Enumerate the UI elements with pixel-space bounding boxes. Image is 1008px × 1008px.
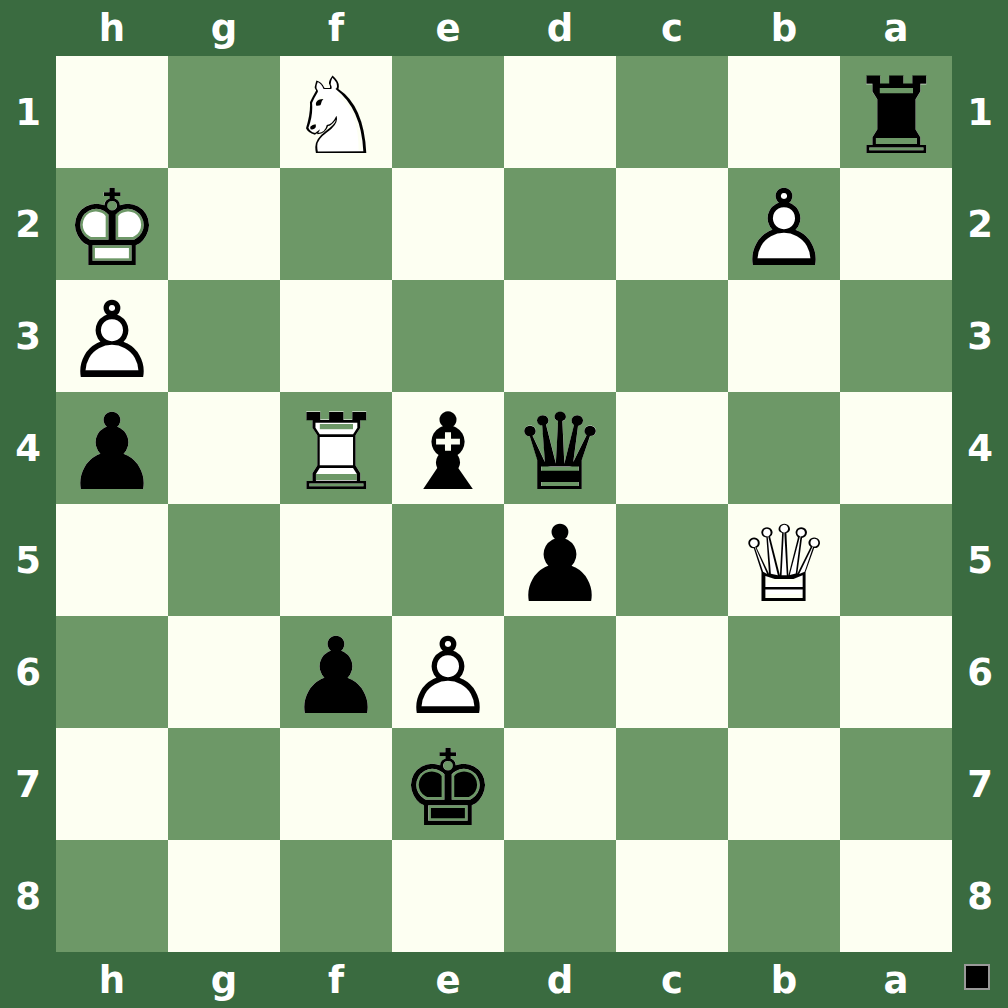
square-d2[interactable] [504,168,616,280]
piece-fill-layer: ♟ [728,173,840,285]
square-f7[interactable] [280,728,392,840]
square-h7[interactable] [56,728,168,840]
square-f1[interactable]: ♞♘ [280,56,392,168]
black-pawn-icon[interactable]: ♙♟ [280,616,392,728]
white-king-icon[interactable]: ♚♔ [56,168,168,280]
piece-shape-layer: ♟ [56,397,168,509]
file-label-bottom-b: b [728,952,840,1008]
black-rook-icon[interactable]: ♖♜ [840,56,952,168]
chess-board[interactable]: ♞♘♖♜♚♔♟♙♟♙♙♟♜♖♗♝♕♛♙♟♛♕♙♟♟♙♔♚ [56,56,952,952]
square-c2[interactable] [616,168,728,280]
square-b7[interactable] [728,728,840,840]
piece-fill-layer: ♚ [56,173,168,285]
file-label-top-a: a [840,0,952,56]
piece-shape-layer: ♚ [392,733,504,845]
square-a5[interactable] [840,504,952,616]
square-a2[interactable] [840,168,952,280]
square-c1[interactable] [616,56,728,168]
square-b6[interactable] [728,616,840,728]
square-g3[interactable] [168,280,280,392]
black-bishop-icon[interactable]: ♗♝ [392,392,504,504]
rank-label-left-1: 1 [0,56,56,168]
file-label-top-f: f [280,0,392,56]
square-g7[interactable] [168,728,280,840]
square-e5[interactable] [392,504,504,616]
square-b1[interactable] [728,56,840,168]
piece-fill-layer: ♟ [56,285,168,397]
file-label-top-d: d [504,0,616,56]
square-f4[interactable]: ♜♖ [280,392,392,504]
file-label-bottom-e: e [392,952,504,1008]
piece-shape-layer: ♙ [56,285,168,397]
piece-shape-layer: ♟ [280,621,392,733]
square-e1[interactable] [392,56,504,168]
white-knight-icon[interactable]: ♞♘ [280,56,392,168]
file-label-bottom-g: g [168,952,280,1008]
piece-fill-layer: ♙ [56,397,168,509]
square-a1[interactable]: ♖♜ [840,56,952,168]
square-c3[interactable] [616,280,728,392]
white-rook-icon[interactable]: ♜♖ [280,392,392,504]
rank-label-left-6: 6 [0,616,56,728]
square-h5[interactable] [56,504,168,616]
square-d6[interactable] [504,616,616,728]
square-h8[interactable] [56,840,168,952]
piece-fill-layer: ♙ [504,509,616,621]
white-pawn-icon[interactable]: ♟♙ [392,616,504,728]
file-label-top-h: h [56,0,168,56]
white-pawn-icon[interactable]: ♟♙ [728,168,840,280]
rank-label-right-3: 3 [952,280,1008,392]
square-h3[interactable]: ♟♙ [56,280,168,392]
rank-label-right-1: 1 [952,56,1008,168]
piece-fill-layer: ♜ [280,397,392,509]
square-h6[interactable] [56,616,168,728]
square-e7[interactable]: ♔♚ [392,728,504,840]
piece-shape-layer: ♘ [280,61,392,173]
rank-label-left-3: 3 [0,280,56,392]
square-d3[interactable] [504,280,616,392]
piece-shape-layer: ♝ [392,397,504,509]
square-c6[interactable] [616,616,728,728]
square-e2[interactable] [392,168,504,280]
piece-fill-layer: ♗ [392,397,504,509]
square-f2[interactable] [280,168,392,280]
square-g8[interactable] [168,840,280,952]
rank-label-left-8: 8 [0,840,56,952]
square-b3[interactable] [728,280,840,392]
square-f8[interactable] [280,840,392,952]
square-g5[interactable] [168,504,280,616]
file-label-bottom-c: c [616,952,728,1008]
square-c7[interactable] [616,728,728,840]
rank-label-left-4: 4 [0,392,56,504]
black-queen-icon[interactable]: ♕♛ [504,392,616,504]
piece-shape-layer: ♙ [392,621,504,733]
file-label-bottom-f: f [280,952,392,1008]
piece-fill-layer: ♙ [280,621,392,733]
file-label-top-e: e [392,0,504,56]
piece-shape-layer: ♜ [840,61,952,173]
square-a6[interactable] [840,616,952,728]
rank-label-right-6: 6 [952,616,1008,728]
square-a4[interactable] [840,392,952,504]
square-d4[interactable]: ♕♛ [504,392,616,504]
file-label-bottom-d: d [504,952,616,1008]
piece-fill-layer: ♛ [728,509,840,621]
file-labels-bottom: hgfedcba [56,952,952,1008]
chess-diagram: hgfedcba 12345678 ♞♘♖♜♚♔♟♙♟♙♙♟♜♖♗♝♕♛♙♟♛♕… [0,0,1008,1008]
rank-labels-right: 12345678 [952,56,1008,952]
square-c5[interactable] [616,504,728,616]
rank-label-right-4: 4 [952,392,1008,504]
square-h2[interactable]: ♚♔ [56,168,168,280]
piece-fill-layer: ♔ [392,733,504,845]
square-f6[interactable]: ♙♟ [280,616,392,728]
square-d8[interactable] [504,840,616,952]
square-h4[interactable]: ♙♟ [56,392,168,504]
square-b4[interactable] [728,392,840,504]
piece-fill-layer: ♖ [840,61,952,173]
black-to-move-indicator [964,964,990,990]
square-e6[interactable]: ♟♙ [392,616,504,728]
square-a8[interactable] [840,840,952,952]
square-d5[interactable]: ♙♟ [504,504,616,616]
white-pawn-icon[interactable]: ♟♙ [56,280,168,392]
black-pawn-icon[interactable]: ♙♟ [504,504,616,616]
rank-label-left-7: 7 [0,728,56,840]
rank-label-right-2: 2 [952,168,1008,280]
piece-shape-layer: ♖ [280,397,392,509]
square-a7[interactable] [840,728,952,840]
white-queen-icon[interactable]: ♛♕ [728,504,840,616]
file-labels-top: hgfedcba [56,0,952,56]
square-b8[interactable] [728,840,840,952]
rank-label-right-5: 5 [952,504,1008,616]
square-g1[interactable] [168,56,280,168]
file-label-top-b: b [728,0,840,56]
file-label-top-g: g [168,0,280,56]
rank-labels-left: 12345678 [0,56,56,952]
square-a3[interactable] [840,280,952,392]
square-b5[interactable]: ♛♕ [728,504,840,616]
rank-label-right-7: 7 [952,728,1008,840]
piece-fill-layer: ♕ [504,397,616,509]
square-c8[interactable] [616,840,728,952]
square-f5[interactable] [280,504,392,616]
piece-shape-layer: ♛ [504,397,616,509]
file-label-bottom-h: h [56,952,168,1008]
file-label-top-c: c [616,0,728,56]
square-f3[interactable] [280,280,392,392]
square-d1[interactable] [504,56,616,168]
square-b2[interactable]: ♟♙ [728,168,840,280]
square-g4[interactable] [168,392,280,504]
square-g2[interactable] [168,168,280,280]
black-pawn-icon[interactable]: ♙♟ [56,392,168,504]
piece-fill-layer: ♞ [280,61,392,173]
rank-label-right-8: 8 [952,840,1008,952]
square-d7[interactable] [504,728,616,840]
black-king-icon[interactable]: ♔♚ [392,728,504,840]
piece-shape-layer: ♔ [56,173,168,285]
square-e8[interactable] [392,840,504,952]
square-g6[interactable] [168,616,280,728]
square-h1[interactable] [56,56,168,168]
piece-fill-layer: ♟ [392,621,504,733]
piece-shape-layer: ♟ [504,509,616,621]
rank-label-left-2: 2 [0,168,56,280]
piece-shape-layer: ♕ [728,509,840,621]
rank-label-left-5: 5 [0,504,56,616]
piece-shape-layer: ♙ [728,173,840,285]
square-e4[interactable]: ♗♝ [392,392,504,504]
square-c4[interactable] [616,392,728,504]
file-label-bottom-a: a [840,952,952,1008]
square-e3[interactable] [392,280,504,392]
